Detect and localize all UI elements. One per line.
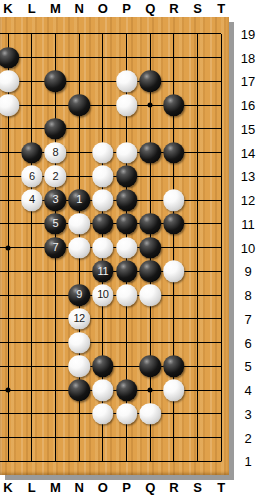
move-number-4: 4 [29, 195, 35, 206]
intersection-T16[interactable] [209, 93, 233, 117]
intersection-S1[interactable] [186, 450, 210, 474]
intersection-L6[interactable] [20, 331, 44, 355]
intersection-L9[interactable] [20, 260, 44, 284]
intersection-N18[interactable] [67, 46, 91, 70]
row-label-14: 14 [236, 145, 260, 160]
white-stone-P16[interactable] [116, 94, 138, 116]
white-stone-O13[interactable] [92, 166, 114, 188]
row-label-19: 19 [236, 26, 260, 41]
intersection-L10[interactable] [20, 236, 44, 260]
intersection-T2[interactable] [209, 426, 233, 450]
intersection-K15[interactable] [0, 117, 20, 141]
black-stone-Q14[interactable] [139, 142, 161, 164]
intersection-K5[interactable] [0, 355, 20, 379]
row-label-11: 11 [236, 216, 260, 231]
intersection-Q12[interactable] [138, 188, 162, 212]
intersection-T10[interactable] [209, 236, 233, 260]
intersection-R15[interactable] [162, 117, 186, 141]
row-label-1: 1 [236, 454, 260, 469]
white-stone-K17[interactable] [0, 71, 19, 93]
white-stone-M13[interactable]: 2 [45, 166, 67, 188]
intersection-T1[interactable] [209, 450, 233, 474]
row-label-15: 15 [236, 121, 260, 136]
intersection-T14[interactable] [209, 141, 233, 165]
star-point-Q4 [148, 388, 153, 393]
intersection-S19[interactable] [186, 22, 210, 46]
intersection-L7[interactable] [20, 307, 44, 331]
white-stone-O4[interactable] [92, 379, 114, 401]
intersection-T7[interactable] [209, 307, 233, 331]
row-label-9: 9 [236, 264, 260, 279]
col-label-R: R [163, 480, 185, 495]
black-stone-N16[interactable] [68, 94, 90, 116]
intersection-N1[interactable] [67, 450, 91, 474]
intersection-N2[interactable] [67, 426, 91, 450]
intersection-K3[interactable] [0, 402, 20, 426]
star-point-Q16 [148, 103, 153, 108]
white-stone-R4[interactable] [163, 379, 185, 401]
col-label-M: M [44, 1, 66, 16]
white-stone-N5[interactable] [68, 356, 90, 378]
col-label-K: K [0, 1, 19, 16]
white-stone-K16[interactable] [0, 94, 19, 116]
intersection-K9[interactable] [0, 260, 20, 284]
intersection-M19[interactable] [44, 22, 68, 46]
white-stone-P8[interactable] [116, 284, 138, 306]
move-number-11: 11 [98, 266, 108, 277]
black-stone-N12[interactable]: 1 [68, 189, 90, 211]
row-label-13: 13 [236, 169, 260, 184]
black-stone-Q17[interactable] [139, 71, 161, 93]
intersection-P18[interactable] [115, 46, 139, 70]
intersection-T11[interactable] [209, 212, 233, 236]
intersection-R19[interactable] [162, 22, 186, 46]
white-stone-O8[interactable]: 10 [92, 284, 114, 306]
intersection-S10[interactable] [186, 236, 210, 260]
intersection-O18[interactable] [91, 46, 115, 70]
col-label-P: P [116, 1, 138, 16]
intersection-M7[interactable] [44, 307, 68, 331]
col-label-R: R [163, 1, 185, 16]
white-stone-P17[interactable] [116, 71, 138, 93]
intersection-Q15[interactable] [138, 117, 162, 141]
intersection-S3[interactable] [186, 402, 210, 426]
move-number-12: 12 [73, 313, 84, 324]
col-label-M: M [44, 480, 66, 495]
intersection-M18[interactable] [44, 46, 68, 70]
row-label-12: 12 [236, 193, 260, 208]
intersection-S8[interactable] [186, 283, 210, 307]
intersection-S6[interactable] [186, 331, 210, 355]
intersection-T3[interactable] [209, 402, 233, 426]
white-stone-P10[interactable] [116, 237, 138, 259]
black-stone-M12[interactable]: 3 [45, 189, 67, 211]
intersection-L18[interactable] [20, 46, 44, 70]
intersection-S2[interactable] [186, 426, 210, 450]
intersection-O1[interactable] [91, 450, 115, 474]
white-stone-Q8[interactable] [139, 284, 161, 306]
white-stone-N6[interactable] [68, 332, 90, 354]
star-point-K4 [6, 388, 11, 393]
white-stone-L13[interactable]: 6 [21, 166, 43, 188]
move-number-7: 7 [53, 242, 59, 253]
intersection-O19[interactable] [91, 22, 115, 46]
black-stone-K18[interactable] [0, 47, 19, 69]
intersection-Q18[interactable] [138, 46, 162, 70]
col-label-L: L [21, 1, 43, 16]
intersection-L19[interactable] [20, 22, 44, 46]
row-label-6: 6 [236, 335, 260, 350]
intersection-M9[interactable] [44, 260, 68, 284]
black-stone-R5[interactable] [163, 356, 185, 378]
intersection-M8[interactable] [44, 283, 68, 307]
black-stone-Q11[interactable] [139, 213, 161, 235]
black-stone-P4[interactable] [116, 379, 138, 401]
intersection-P19[interactable] [115, 22, 139, 46]
black-stone-N4[interactable] [68, 379, 90, 401]
intersection-K14[interactable] [0, 141, 20, 165]
intersection-R7[interactable] [162, 307, 186, 331]
intersection-K1[interactable] [0, 450, 20, 474]
intersection-O16[interactable] [91, 93, 115, 117]
intersection-R6[interactable] [162, 331, 186, 355]
white-stone-N11[interactable] [68, 213, 90, 235]
star-point-K10 [6, 245, 11, 250]
intersection-S17[interactable] [186, 70, 210, 94]
move-number-8: 8 [53, 147, 59, 158]
intersection-M1[interactable] [44, 450, 68, 474]
row-label-7: 7 [236, 311, 260, 326]
intersection-P6[interactable] [115, 331, 139, 355]
intersection-S9[interactable] [186, 260, 210, 284]
white-stone-P3[interactable] [116, 403, 138, 425]
black-stone-O5[interactable] [92, 356, 114, 378]
col-label-S: S [187, 480, 209, 495]
row-label-10: 10 [236, 240, 260, 255]
intersection-T19[interactable] [209, 22, 233, 46]
intersection-S11[interactable] [186, 212, 210, 236]
intersection-P15[interactable] [115, 117, 139, 141]
col-label-T: T [210, 1, 232, 16]
row-label-17: 17 [236, 74, 260, 89]
intersection-S15[interactable] [186, 117, 210, 141]
col-label-O: O [92, 1, 114, 16]
intersection-R18[interactable] [162, 46, 186, 70]
intersection-T17[interactable] [209, 70, 233, 94]
intersection-N15[interactable] [67, 117, 91, 141]
white-stone-P14[interactable] [116, 142, 138, 164]
intersection-S13[interactable] [186, 165, 210, 189]
intersection-Q19[interactable] [138, 22, 162, 46]
intersection-R3[interactable] [162, 402, 186, 426]
row-label-8: 8 [236, 288, 260, 303]
black-stone-L14[interactable] [21, 142, 43, 164]
intersection-Q1[interactable] [138, 450, 162, 474]
intersection-M4[interactable] [44, 378, 68, 402]
intersection-R10[interactable] [162, 236, 186, 260]
intersection-L5[interactable] [20, 355, 44, 379]
intersection-K2[interactable] [0, 426, 20, 450]
intersection-M5[interactable] [44, 355, 68, 379]
move-number-3: 3 [53, 195, 59, 206]
black-stone-P11[interactable] [116, 213, 138, 235]
intersection-R2[interactable] [162, 426, 186, 450]
intersection-S5[interactable] [186, 355, 210, 379]
row-label-18: 18 [236, 50, 260, 65]
intersection-N14[interactable] [67, 141, 91, 165]
intersection-S14[interactable] [186, 141, 210, 165]
intersection-N17[interactable] [67, 70, 91, 94]
intersection-T5[interactable] [209, 355, 233, 379]
intersection-Q2[interactable] [138, 426, 162, 450]
move-number-10: 10 [97, 290, 108, 301]
move-number-9: 9 [76, 290, 82, 301]
intersection-M6[interactable] [44, 331, 68, 355]
intersection-N13[interactable] [67, 165, 91, 189]
move-number-6: 6 [29, 171, 35, 182]
white-stone-O3[interactable] [92, 403, 114, 425]
col-label-Q: Q [139, 1, 161, 16]
intersection-L1[interactable] [20, 450, 44, 474]
intersection-L3[interactable] [20, 402, 44, 426]
intersection-S16[interactable] [186, 93, 210, 117]
intersection-N3[interactable] [67, 402, 91, 426]
intersection-T6[interactable] [209, 331, 233, 355]
intersection-S7[interactable] [186, 307, 210, 331]
white-stone-N7[interactable]: 12 [68, 308, 90, 330]
intersection-T13[interactable] [209, 165, 233, 189]
white-stone-O12[interactable] [92, 189, 114, 211]
black-stone-M15[interactable] [45, 118, 67, 140]
intersection-K11[interactable] [0, 212, 20, 236]
row-label-2: 2 [236, 430, 260, 445]
black-stone-P9[interactable] [116, 261, 138, 283]
col-label-T: T [210, 480, 232, 495]
white-stone-R12[interactable] [163, 189, 185, 211]
col-label-Q: Q [139, 480, 161, 495]
move-number-1: 1 [76, 195, 82, 206]
go-diagram-page: KLMNOPQRST 862431571191012 1918171615141… [0, 0, 260, 500]
col-label-N: N [68, 480, 90, 495]
intersection-L11[interactable] [20, 212, 44, 236]
col-label-P: P [116, 480, 138, 495]
intersection-K6[interactable] [0, 331, 20, 355]
intersection-K12[interactable] [0, 188, 20, 212]
intersection-R13[interactable] [162, 165, 186, 189]
intersection-M16[interactable] [44, 93, 68, 117]
black-stone-M17[interactable] [45, 71, 67, 93]
intersection-L15[interactable] [20, 117, 44, 141]
intersection-K13[interactable] [0, 165, 20, 189]
intersection-T9[interactable] [209, 260, 233, 284]
intersection-R8[interactable] [162, 283, 186, 307]
intersection-R17[interactable] [162, 70, 186, 94]
intersection-M2[interactable] [44, 426, 68, 450]
intersection-P7[interactable] [115, 307, 139, 331]
white-stone-L12[interactable]: 4 [21, 189, 43, 211]
intersection-K8[interactable] [0, 283, 20, 307]
white-stone-M14[interactable]: 8 [45, 142, 67, 164]
intersection-L16[interactable] [20, 93, 44, 117]
intersection-T15[interactable] [209, 117, 233, 141]
intersection-S18[interactable] [186, 46, 210, 70]
intersection-L4[interactable] [20, 378, 44, 402]
col-label-L: L [21, 480, 43, 495]
intersection-S12[interactable] [186, 188, 210, 212]
intersection-Q6[interactable] [138, 331, 162, 355]
row-label-16: 16 [236, 98, 260, 113]
move-number-2: 2 [53, 171, 59, 182]
intersection-T18[interactable] [209, 46, 233, 70]
black-stone-O11[interactable] [92, 213, 114, 235]
intersection-O15[interactable] [91, 117, 115, 141]
intersection-O7[interactable] [91, 307, 115, 331]
white-stone-Q3[interactable] [139, 403, 161, 425]
intersection-L17[interactable] [20, 70, 44, 94]
intersection-T12[interactable] [209, 188, 233, 212]
black-stone-M11[interactable]: 5 [45, 213, 67, 235]
black-stone-N8[interactable]: 9 [68, 284, 90, 306]
col-label-S: S [187, 1, 209, 16]
intersection-N9[interactable] [67, 260, 91, 284]
intersection-O17[interactable] [91, 70, 115, 94]
black-stone-Q9[interactable] [139, 261, 161, 283]
go-board: 862431571191012 [0, 17, 229, 475]
black-stone-R11[interactable] [163, 213, 185, 235]
row-label-3: 3 [236, 406, 260, 421]
intersection-T8[interactable] [209, 283, 233, 307]
white-stone-N10[interactable] [68, 237, 90, 259]
col-label-O: O [92, 480, 114, 495]
white-stone-O14[interactable] [92, 142, 114, 164]
intersection-N19[interactable] [67, 22, 91, 46]
white-stone-R9[interactable] [163, 261, 185, 283]
intersection-O6[interactable] [91, 331, 115, 355]
move-number-5: 5 [53, 218, 59, 229]
intersection-P2[interactable] [115, 426, 139, 450]
intersection-K7[interactable] [0, 307, 20, 331]
intersection-S4[interactable] [186, 378, 210, 402]
black-stone-R14[interactable] [163, 142, 185, 164]
black-stone-O9[interactable]: 11 [92, 261, 114, 283]
intersection-Q7[interactable] [138, 307, 162, 331]
intersection-O2[interactable] [91, 426, 115, 450]
col-label-N: N [68, 1, 90, 16]
black-stone-P13[interactable] [116, 166, 138, 188]
black-stone-P12[interactable] [116, 189, 138, 211]
col-label-K: K [0, 480, 19, 495]
black-stone-Q10[interactable] [139, 237, 161, 259]
intersection-K19[interactable] [0, 22, 20, 46]
row-label-5: 5 [236, 359, 260, 374]
intersection-R1[interactable] [162, 450, 186, 474]
intersection-Q13[interactable] [138, 165, 162, 189]
intersection-T4[interactable] [209, 378, 233, 402]
intersection-P5[interactable] [115, 355, 139, 379]
intersection-L2[interactable] [20, 426, 44, 450]
intersection-L8[interactable] [20, 283, 44, 307]
black-stone-Q5[interactable] [139, 356, 161, 378]
white-stone-O10[interactable] [92, 237, 114, 259]
row-label-4: 4 [236, 383, 260, 398]
intersection-M3[interactable] [44, 402, 68, 426]
black-stone-R16[interactable] [163, 94, 185, 116]
intersection-P1[interactable] [115, 450, 139, 474]
black-stone-M10[interactable]: 7 [45, 237, 67, 259]
